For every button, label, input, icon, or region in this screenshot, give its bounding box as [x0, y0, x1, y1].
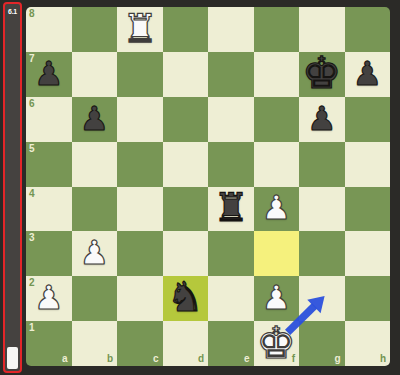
square-b1[interactable]: b	[72, 321, 118, 366]
white-pawn[interactable]: ♟	[261, 281, 291, 314]
rank-label-8: 8	[29, 9, 35, 19]
square-a2[interactable]: 2♟	[26, 276, 72, 321]
square-c2[interactable]	[117, 276, 163, 321]
square-g2[interactable]	[299, 276, 345, 321]
black-pawn[interactable]: ♟	[34, 57, 64, 90]
square-e1[interactable]: e	[208, 321, 254, 366]
square-h7[interactable]: ♟	[345, 52, 391, 97]
chess-board: 8♜7♟♚♟6♟♟54♜♟3♟2♟♞♟1abcdef♚gh	[26, 7, 390, 366]
rank-label-5: 5	[29, 144, 35, 154]
square-f2[interactable]: ♟	[254, 276, 300, 321]
file-label-d: d	[198, 354, 204, 364]
square-e7[interactable]	[208, 52, 254, 97]
square-e3[interactable]	[208, 231, 254, 276]
black-pawn[interactable]: ♟	[352, 57, 382, 90]
square-b2[interactable]	[72, 276, 118, 321]
rank-label-4: 4	[29, 189, 35, 199]
rank-label-3: 3	[29, 233, 35, 243]
rank-label-1: 1	[29, 323, 35, 333]
square-b3[interactable]: ♟	[72, 231, 118, 276]
file-label-e: e	[244, 354, 250, 364]
white-rook[interactable]: ♜	[122, 9, 157, 48]
square-e6[interactable]	[208, 97, 254, 142]
white-pawn[interactable]: ♟	[261, 191, 291, 224]
file-label-b: b	[107, 354, 113, 364]
square-c8[interactable]: ♜	[117, 7, 163, 52]
black-rook[interactable]: ♜	[213, 188, 248, 227]
square-e5[interactable]	[208, 142, 254, 187]
square-a8[interactable]: 8	[26, 7, 72, 52]
square-b7[interactable]	[72, 52, 118, 97]
square-d3[interactable]	[163, 231, 209, 276]
white-king[interactable]: ♚	[257, 321, 296, 365]
square-c3[interactable]	[117, 231, 163, 276]
square-e8[interactable]	[208, 7, 254, 52]
square-a4[interactable]: 4	[26, 187, 72, 232]
square-c6[interactable]	[117, 97, 163, 142]
square-d4[interactable]	[163, 187, 209, 232]
square-b5[interactable]	[72, 142, 118, 187]
square-h6[interactable]	[345, 97, 391, 142]
square-d1[interactable]: d	[163, 321, 209, 366]
square-f6[interactable]	[254, 97, 300, 142]
square-g5[interactable]	[299, 142, 345, 187]
square-e4[interactable]: ♜	[208, 187, 254, 232]
square-a5[interactable]: 5	[26, 142, 72, 187]
black-king[interactable]: ♚	[302, 51, 341, 95]
square-c4[interactable]	[117, 187, 163, 232]
square-h2[interactable]	[345, 276, 391, 321]
square-d2[interactable]: ♞	[163, 276, 209, 321]
square-g3[interactable]	[299, 231, 345, 276]
square-a1[interactable]: 1a	[26, 321, 72, 366]
square-f7[interactable]	[254, 52, 300, 97]
square-a3[interactable]: 3	[26, 231, 72, 276]
file-label-c: c	[153, 354, 159, 364]
eval-bar: 6.1	[3, 2, 22, 373]
square-e2[interactable]	[208, 276, 254, 321]
square-f5[interactable]	[254, 142, 300, 187]
square-g7[interactable]: ♚	[299, 52, 345, 97]
file-label-a: a	[62, 354, 68, 364]
black-knight[interactable]: ♞	[167, 277, 204, 318]
square-f1[interactable]: f♚	[254, 321, 300, 366]
square-g4[interactable]	[299, 187, 345, 232]
square-a7[interactable]: 7♟	[26, 52, 72, 97]
square-d7[interactable]	[163, 52, 209, 97]
square-f3[interactable]	[254, 231, 300, 276]
rank-label-6: 6	[29, 99, 35, 109]
black-pawn[interactable]: ♟	[79, 102, 109, 135]
square-a6[interactable]: 6	[26, 97, 72, 142]
square-d6[interactable]	[163, 97, 209, 142]
white-pawn[interactable]: ♟	[79, 236, 109, 269]
black-pawn[interactable]: ♟	[307, 102, 337, 135]
square-g6[interactable]: ♟	[299, 97, 345, 142]
square-f8[interactable]	[254, 7, 300, 52]
square-h5[interactable]	[345, 142, 391, 187]
square-d8[interactable]	[163, 7, 209, 52]
eval-score: 6.1	[5, 8, 20, 15]
file-label-h: h	[380, 354, 386, 364]
white-pawn[interactable]: ♟	[34, 281, 64, 314]
square-h3[interactable]	[345, 231, 391, 276]
eval-bar-white-segment	[7, 347, 18, 369]
square-h1[interactable]: h	[345, 321, 391, 366]
square-g8[interactable]	[299, 7, 345, 52]
file-label-g: g	[334, 354, 340, 364]
square-g1[interactable]: g	[299, 321, 345, 366]
square-f4[interactable]: ♟	[254, 187, 300, 232]
square-c5[interactable]	[117, 142, 163, 187]
square-c7[interactable]	[117, 52, 163, 97]
square-b4[interactable]	[72, 187, 118, 232]
square-b6[interactable]: ♟	[72, 97, 118, 142]
square-h8[interactable]	[345, 7, 391, 52]
square-c1[interactable]: c	[117, 321, 163, 366]
square-h4[interactable]	[345, 187, 391, 232]
square-d5[interactable]	[163, 142, 209, 187]
square-b8[interactable]	[72, 7, 118, 52]
